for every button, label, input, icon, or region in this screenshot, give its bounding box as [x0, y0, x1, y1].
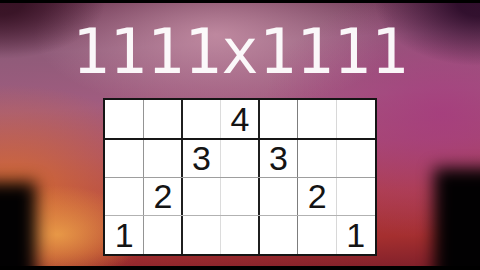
grid-cell-r3c6[interactable]: 2 — [298, 177, 337, 216]
grid-cell-r2c2[interactable] — [144, 139, 183, 178]
letterbox-top-bar — [0, 0, 480, 3]
letterbox-bottom-bar — [0, 266, 480, 270]
grid-cell-r2c4[interactable] — [221, 139, 260, 178]
grid-cell-r2c7[interactable] — [336, 139, 375, 178]
grid-cell-r4c4[interactable] — [221, 216, 260, 255]
grid-cell-r3c7[interactable] — [336, 177, 375, 216]
grid-cell-r1c1[interactable] — [105, 100, 144, 139]
grid-cell-r4c6[interactable] — [298, 216, 337, 255]
grid-cell-r2c3[interactable]: 3 — [182, 139, 221, 178]
grid-cell-r3c1[interactable] — [105, 177, 144, 216]
grid-cell-r1c7[interactable] — [336, 100, 375, 139]
dark-cloud-bottom-right — [434, 168, 480, 270]
grid-cell-r4c2[interactable] — [144, 216, 183, 255]
grid-cell-r3c3[interactable] — [182, 177, 221, 216]
grid-cell-r4c7[interactable]: 1 — [336, 216, 375, 255]
grid-cell-r2c5[interactable]: 3 — [259, 139, 298, 178]
grid-cell-r1c3[interactable] — [182, 100, 221, 139]
grid-cell-r1c4[interactable]: 4 — [221, 100, 260, 139]
grid-cell-r4c3[interactable] — [182, 216, 221, 255]
grid-cell-r4c5[interactable] — [259, 216, 298, 255]
grid-cell-r3c4[interactable] — [221, 177, 260, 216]
grid-cell-r2c1[interactable] — [105, 139, 144, 178]
grid-cell-r3c2[interactable]: 2 — [144, 177, 183, 216]
puzzle-grid: 4332211 — [103, 98, 377, 256]
grid-cell-r1c2[interactable] — [144, 100, 183, 139]
dark-cloud-bottom-left — [0, 182, 36, 270]
grid-cell-r4c1[interactable]: 1 — [105, 216, 144, 255]
grid-cell-r1c5[interactable] — [259, 100, 298, 139]
grid-cell-r2c6[interactable] — [298, 139, 337, 178]
grid-cells-layer: 4332211 — [105, 100, 375, 254]
grid-cell-r3c5[interactable] — [259, 177, 298, 216]
video-title: 1111x1111 — [0, 21, 480, 83]
grid-cell-r1c6[interactable] — [298, 100, 337, 139]
